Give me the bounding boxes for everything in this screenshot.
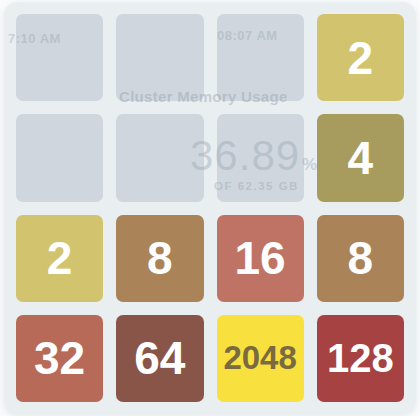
empty-cell (16, 114, 103, 201)
tile-16: 16 (217, 215, 304, 302)
empty-cell (217, 14, 304, 101)
tile-grid: 242816832642048128 (16, 14, 404, 402)
board-2048[interactable]: 7:10 AM 08:07 AM Cluster Memory Usage 36… (4, 2, 416, 414)
tile-2: 2 (317, 14, 404, 101)
tile-32: 32 (16, 315, 103, 402)
empty-cell (217, 114, 304, 201)
tile-8: 8 (317, 215, 404, 302)
empty-cell (16, 14, 103, 101)
tile-2: 2 (16, 215, 103, 302)
tile-4: 4 (317, 114, 404, 201)
tile-128: 128 (317, 315, 404, 402)
empty-cell (116, 14, 203, 101)
tile-8: 8 (116, 215, 203, 302)
empty-cell (116, 114, 203, 201)
tile-64: 64 (116, 315, 203, 402)
tile-2048: 2048 (217, 315, 304, 402)
